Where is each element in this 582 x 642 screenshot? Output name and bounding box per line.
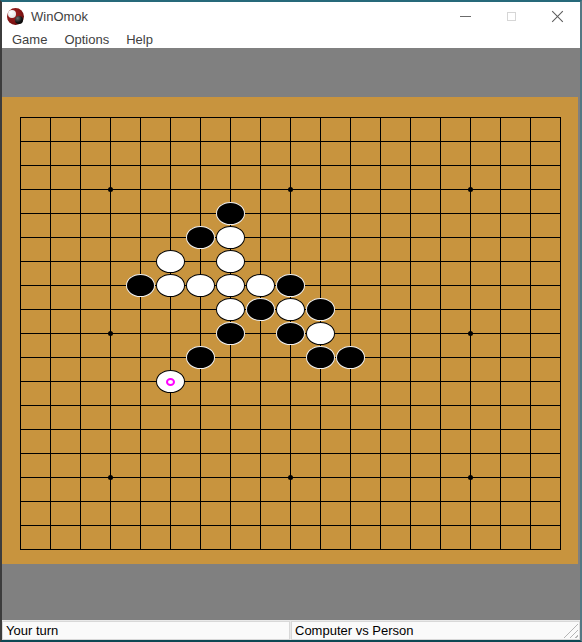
board-cell-16-16[interactable] xyxy=(486,490,516,514)
board-cell-14-0[interactable] xyxy=(426,106,456,130)
board-cell-4-14[interactable] xyxy=(126,442,156,466)
board-cell-13-13[interactable] xyxy=(396,418,426,442)
board-cell-3-0[interactable] xyxy=(96,106,126,130)
board-cell-14-6[interactable] xyxy=(426,250,456,274)
board-cell-6-13[interactable] xyxy=(186,418,216,442)
board-cell-15-14[interactable] xyxy=(456,442,486,466)
board-cell-2-17[interactable] xyxy=(66,514,96,538)
board-cell-9-6[interactable] xyxy=(276,250,306,274)
board-cell-5-8[interactable] xyxy=(156,298,186,322)
board-cell-9-0[interactable] xyxy=(276,106,306,130)
board-cell-14-5[interactable] xyxy=(426,226,456,250)
board-cell-2-6[interactable] xyxy=(66,250,96,274)
board-cell-17-15[interactable] xyxy=(516,466,546,490)
board-cell-1-3[interactable] xyxy=(36,178,66,202)
board-cell-14-11[interactable] xyxy=(426,370,456,394)
board-cell-16-10[interactable] xyxy=(486,346,516,370)
board-cell-17-16[interactable] xyxy=(516,490,546,514)
board-cell-14-16[interactable] xyxy=(426,490,456,514)
board-cell-16-13[interactable] xyxy=(486,418,516,442)
board-cell-15-1[interactable] xyxy=(456,130,486,154)
board-cell-10-18[interactable] xyxy=(306,538,336,562)
board-cell-5-7[interactable] xyxy=(156,274,186,298)
board-cell-12-14[interactable] xyxy=(366,442,396,466)
board-cell-16-8[interactable] xyxy=(486,298,516,322)
board-cell-6-11[interactable] xyxy=(186,370,216,394)
board-cell-16-11[interactable] xyxy=(486,370,516,394)
board-cell-17-17[interactable] xyxy=(516,514,546,538)
board-cell-18-9[interactable] xyxy=(546,322,576,346)
board-cell-6-7[interactable] xyxy=(186,274,216,298)
board-cell-12-0[interactable] xyxy=(366,106,396,130)
board-cell-11-1[interactable] xyxy=(336,130,366,154)
board-cell-9-9[interactable] xyxy=(276,322,306,346)
board-cell-16-5[interactable] xyxy=(486,226,516,250)
board-cell-2-9[interactable] xyxy=(66,322,96,346)
board-cell-14-9[interactable] xyxy=(426,322,456,346)
board-cell-3-14[interactable] xyxy=(96,442,126,466)
board-cell-11-9[interactable] xyxy=(336,322,366,346)
board-cell-17-10[interactable] xyxy=(516,346,546,370)
board-cell-0-1[interactable] xyxy=(6,130,36,154)
board-cell-18-7[interactable] xyxy=(546,274,576,298)
board-cell-13-12[interactable] xyxy=(396,394,426,418)
board-cell-3-12[interactable] xyxy=(96,394,126,418)
board-cell-11-3[interactable] xyxy=(336,178,366,202)
board-cell-10-0[interactable] xyxy=(306,106,336,130)
board-cell-9-5[interactable] xyxy=(276,226,306,250)
board-cell-2-11[interactable] xyxy=(66,370,96,394)
board-cell-5-15[interactable] xyxy=(156,466,186,490)
board-cell-9-12[interactable] xyxy=(276,394,306,418)
board-cell-9-3[interactable] xyxy=(276,178,306,202)
board-cell-12-2[interactable] xyxy=(366,154,396,178)
board-cell-17-8[interactable] xyxy=(516,298,546,322)
board-cell-14-2[interactable] xyxy=(426,154,456,178)
board-cell-9-4[interactable] xyxy=(276,202,306,226)
board-cell-9-16[interactable] xyxy=(276,490,306,514)
board-cell-3-6[interactable] xyxy=(96,250,126,274)
board-cell-16-7[interactable] xyxy=(486,274,516,298)
board-cell-10-4[interactable] xyxy=(306,202,336,226)
board-cell-17-7[interactable] xyxy=(516,274,546,298)
board-cell-0-10[interactable] xyxy=(6,346,36,370)
board-cell-6-15[interactable] xyxy=(186,466,216,490)
board-cell-1-5[interactable] xyxy=(36,226,66,250)
board-cell-1-1[interactable] xyxy=(36,130,66,154)
board-cell-0-0[interactable] xyxy=(6,106,36,130)
board-cell-3-8[interactable] xyxy=(96,298,126,322)
board-cell-14-1[interactable] xyxy=(426,130,456,154)
board-cell-10-5[interactable] xyxy=(306,226,336,250)
board-cell-10-14[interactable] xyxy=(306,442,336,466)
board-cell-7-11[interactable] xyxy=(216,370,246,394)
board-cell-14-14[interactable] xyxy=(426,442,456,466)
board-cell-18-5[interactable] xyxy=(546,226,576,250)
board-cell-9-2[interactable] xyxy=(276,154,306,178)
board-cell-1-16[interactable] xyxy=(36,490,66,514)
board-cell-8-14[interactable] xyxy=(246,442,276,466)
board-cell-0-9[interactable] xyxy=(6,322,36,346)
board-cell-10-12[interactable] xyxy=(306,394,336,418)
board-cell-13-7[interactable] xyxy=(396,274,426,298)
board-cell-13-10[interactable] xyxy=(396,346,426,370)
board-cell-15-0[interactable] xyxy=(456,106,486,130)
board-cell-6-1[interactable] xyxy=(186,130,216,154)
board-cell-8-2[interactable] xyxy=(246,154,276,178)
board-cell-17-9[interactable] xyxy=(516,322,546,346)
board-cell-3-18[interactable] xyxy=(96,538,126,562)
board-cell-3-15[interactable] xyxy=(96,466,126,490)
board-cell-15-6[interactable] xyxy=(456,250,486,274)
board-cell-10-6[interactable] xyxy=(306,250,336,274)
board-cell-2-14[interactable] xyxy=(66,442,96,466)
board-cell-11-0[interactable] xyxy=(336,106,366,130)
board-cell-3-3[interactable] xyxy=(96,178,126,202)
board-cell-4-13[interactable] xyxy=(126,418,156,442)
board-cell-18-14[interactable] xyxy=(546,442,576,466)
board-cell-0-8[interactable] xyxy=(6,298,36,322)
board-cell-14-15[interactable] xyxy=(426,466,456,490)
board-cell-0-7[interactable] xyxy=(6,274,36,298)
board-cell-15-2[interactable] xyxy=(456,154,486,178)
board-cell-8-10[interactable] xyxy=(246,346,276,370)
board-cell-16-0[interactable] xyxy=(486,106,516,130)
board-cell-8-7[interactable] xyxy=(246,274,276,298)
board-cell-5-3[interactable] xyxy=(156,178,186,202)
board-cell-12-17[interactable] xyxy=(366,514,396,538)
menu-game[interactable]: Game xyxy=(12,32,47,47)
board-cell-18-6[interactable] xyxy=(546,250,576,274)
board-cell-8-11[interactable] xyxy=(246,370,276,394)
board-cell-7-5[interactable] xyxy=(216,226,246,250)
board-cell-3-4[interactable] xyxy=(96,202,126,226)
board-cell-14-18[interactable] xyxy=(426,538,456,562)
board-cell-5-18[interactable] xyxy=(156,538,186,562)
board-cell-11-10[interactable] xyxy=(336,346,366,370)
board-cell-6-0[interactable] xyxy=(186,106,216,130)
board-cell-8-5[interactable] xyxy=(246,226,276,250)
board-cell-7-12[interactable] xyxy=(216,394,246,418)
board-cell-16-1[interactable] xyxy=(486,130,516,154)
board-cell-7-13[interactable] xyxy=(216,418,246,442)
board-cell-4-16[interactable] xyxy=(126,490,156,514)
board-cell-3-7[interactable] xyxy=(96,274,126,298)
board-cell-16-18[interactable] xyxy=(486,538,516,562)
board-cell-8-3[interactable] xyxy=(246,178,276,202)
board-cell-1-6[interactable] xyxy=(36,250,66,274)
board-cell-8-12[interactable] xyxy=(246,394,276,418)
board-cell-9-7[interactable] xyxy=(276,274,306,298)
board-cell-8-13[interactable] xyxy=(246,418,276,442)
board-cell-10-7[interactable] xyxy=(306,274,336,298)
board-cell-3-9[interactable] xyxy=(96,322,126,346)
board-cell-2-12[interactable] xyxy=(66,394,96,418)
board-cell-16-6[interactable] xyxy=(486,250,516,274)
board-cell-12-6[interactable] xyxy=(366,250,396,274)
board-cell-0-18[interactable] xyxy=(6,538,36,562)
board-cell-1-18[interactable] xyxy=(36,538,66,562)
board-cell-5-4[interactable] xyxy=(156,202,186,226)
board-cell-6-14[interactable] xyxy=(186,442,216,466)
board-cell-18-17[interactable] xyxy=(546,514,576,538)
board-cell-11-4[interactable] xyxy=(336,202,366,226)
board-cell-17-18[interactable] xyxy=(516,538,546,562)
board-cell-4-0[interactable] xyxy=(126,106,156,130)
board-cell-18-2[interactable] xyxy=(546,154,576,178)
board-cell-15-9[interactable] xyxy=(456,322,486,346)
board-cell-9-10[interactable] xyxy=(276,346,306,370)
board-cell-15-13[interactable] xyxy=(456,418,486,442)
board-cell-9-15[interactable] xyxy=(276,466,306,490)
board-cell-7-3[interactable] xyxy=(216,178,246,202)
board-cell-0-11[interactable] xyxy=(6,370,36,394)
board-cell-12-4[interactable] xyxy=(366,202,396,226)
board-cell-1-0[interactable] xyxy=(36,106,66,130)
board-cell-13-0[interactable] xyxy=(396,106,426,130)
board-cell-7-8[interactable] xyxy=(216,298,246,322)
board-cell-3-16[interactable] xyxy=(96,490,126,514)
board-cell-4-10[interactable] xyxy=(126,346,156,370)
board-cell-0-2[interactable] xyxy=(6,154,36,178)
board-cell-5-2[interactable] xyxy=(156,154,186,178)
board-cell-3-17[interactable] xyxy=(96,514,126,538)
board-cell-17-4[interactable] xyxy=(516,202,546,226)
maximize-button[interactable] xyxy=(488,2,534,30)
board-cell-12-12[interactable] xyxy=(366,394,396,418)
board-cell-7-10[interactable] xyxy=(216,346,246,370)
board-cell-1-11[interactable] xyxy=(36,370,66,394)
board-cell-16-15[interactable] xyxy=(486,466,516,490)
board-cell-15-17[interactable] xyxy=(456,514,486,538)
board-cell-4-1[interactable] xyxy=(126,130,156,154)
board-cell-2-5[interactable] xyxy=(66,226,96,250)
board-cell-5-10[interactable] xyxy=(156,346,186,370)
board-cell-7-9[interactable] xyxy=(216,322,246,346)
board-cell-15-8[interactable] xyxy=(456,298,486,322)
board-cell-13-4[interactable] xyxy=(396,202,426,226)
board-cell-18-0[interactable] xyxy=(546,106,576,130)
board-cell-10-1[interactable] xyxy=(306,130,336,154)
board-cell-5-17[interactable] xyxy=(156,514,186,538)
board-cell-17-5[interactable] xyxy=(516,226,546,250)
board-cell-13-15[interactable] xyxy=(396,466,426,490)
board-cell-8-15[interactable] xyxy=(246,466,276,490)
board-cell-8-6[interactable] xyxy=(246,250,276,274)
board-cell-13-18[interactable] xyxy=(396,538,426,562)
board-cell-8-18[interactable] xyxy=(246,538,276,562)
board-cell-5-11[interactable] xyxy=(156,370,186,394)
board-cell-2-4[interactable] xyxy=(66,202,96,226)
board-cell-5-5[interactable] xyxy=(156,226,186,250)
board-cell-14-8[interactable] xyxy=(426,298,456,322)
board-cell-8-9[interactable] xyxy=(246,322,276,346)
board-cell-0-17[interactable] xyxy=(6,514,36,538)
board-cell-15-18[interactable] xyxy=(456,538,486,562)
board-cell-16-3[interactable] xyxy=(486,178,516,202)
board-cell-10-15[interactable] xyxy=(306,466,336,490)
board-cell-1-13[interactable] xyxy=(36,418,66,442)
board-cell-15-5[interactable] xyxy=(456,226,486,250)
board-cell-14-10[interactable] xyxy=(426,346,456,370)
board-cell-4-8[interactable] xyxy=(126,298,156,322)
close-button[interactable] xyxy=(534,2,580,30)
board-cell-3-11[interactable] xyxy=(96,370,126,394)
board-cell-17-0[interactable] xyxy=(516,106,546,130)
board-cell-14-4[interactable] xyxy=(426,202,456,226)
board-cell-6-18[interactable] xyxy=(186,538,216,562)
board-cell-7-18[interactable] xyxy=(216,538,246,562)
board-cell-4-3[interactable] xyxy=(126,178,156,202)
board-cell-4-2[interactable] xyxy=(126,154,156,178)
board-cell-6-2[interactable] xyxy=(186,154,216,178)
board-cell-17-1[interactable] xyxy=(516,130,546,154)
board-cell-13-1[interactable] xyxy=(396,130,426,154)
resize-grip[interactable] xyxy=(563,623,578,638)
board-cell-3-1[interactable] xyxy=(96,130,126,154)
board-cell-2-16[interactable] xyxy=(66,490,96,514)
board-cell-13-9[interactable] xyxy=(396,322,426,346)
board-cell-11-16[interactable] xyxy=(336,490,366,514)
board-cell-10-13[interactable] xyxy=(306,418,336,442)
board-cell-0-5[interactable] xyxy=(6,226,36,250)
board-cell-13-2[interactable] xyxy=(396,154,426,178)
board-cell-11-15[interactable] xyxy=(336,466,366,490)
board-cell-18-16[interactable] xyxy=(546,490,576,514)
board-cell-13-5[interactable] xyxy=(396,226,426,250)
board-cell-2-13[interactable] xyxy=(66,418,96,442)
board-cell-18-10[interactable] xyxy=(546,346,576,370)
board-cell-6-4[interactable] xyxy=(186,202,216,226)
board-cell-12-7[interactable] xyxy=(366,274,396,298)
board-cell-14-17[interactable] xyxy=(426,514,456,538)
board-cell-17-12[interactable] xyxy=(516,394,546,418)
board-cell-2-0[interactable] xyxy=(66,106,96,130)
board-cell-16-4[interactable] xyxy=(486,202,516,226)
board-cell-11-17[interactable] xyxy=(336,514,366,538)
board-cell-2-10[interactable] xyxy=(66,346,96,370)
board-cell-10-3[interactable] xyxy=(306,178,336,202)
board-cell-8-17[interactable] xyxy=(246,514,276,538)
board-cell-1-7[interactable] xyxy=(36,274,66,298)
board-cell-3-5[interactable] xyxy=(96,226,126,250)
board-cell-10-16[interactable] xyxy=(306,490,336,514)
board-cell-10-11[interactable] xyxy=(306,370,336,394)
board-cell-6-5[interactable] xyxy=(186,226,216,250)
board-cell-1-10[interactable] xyxy=(36,346,66,370)
board-cell-17-14[interactable] xyxy=(516,442,546,466)
board-cell-18-4[interactable] xyxy=(546,202,576,226)
board-cell-15-16[interactable] xyxy=(456,490,486,514)
board-cell-14-12[interactable] xyxy=(426,394,456,418)
board-cell-3-2[interactable] xyxy=(96,154,126,178)
board-cell-0-13[interactable] xyxy=(6,418,36,442)
board-cell-4-4[interactable] xyxy=(126,202,156,226)
board-cell-0-12[interactable] xyxy=(6,394,36,418)
board-cell-12-1[interactable] xyxy=(366,130,396,154)
board-cell-12-11[interactable] xyxy=(366,370,396,394)
board-cell-5-9[interactable] xyxy=(156,322,186,346)
board-cell-11-2[interactable] xyxy=(336,154,366,178)
board-cell-5-16[interactable] xyxy=(156,490,186,514)
board-cell-6-12[interactable] xyxy=(186,394,216,418)
board-cell-12-8[interactable] xyxy=(366,298,396,322)
board-cell-10-10[interactable] xyxy=(306,346,336,370)
board-cell-1-15[interactable] xyxy=(36,466,66,490)
board-cell-9-11[interactable] xyxy=(276,370,306,394)
board-cell-13-11[interactable] xyxy=(396,370,426,394)
board-cell-1-2[interactable] xyxy=(36,154,66,178)
board-cell-2-3[interactable] xyxy=(66,178,96,202)
board-cell-8-16[interactable] xyxy=(246,490,276,514)
board-cell-6-17[interactable] xyxy=(186,514,216,538)
board-cell-1-14[interactable] xyxy=(36,442,66,466)
board-cell-11-12[interactable] xyxy=(336,394,366,418)
board-cell-2-18[interactable] xyxy=(66,538,96,562)
board-cell-4-9[interactable] xyxy=(126,322,156,346)
board-cell-4-5[interactable] xyxy=(126,226,156,250)
board-cell-13-8[interactable] xyxy=(396,298,426,322)
board-cell-12-3[interactable] xyxy=(366,178,396,202)
board-cell-13-14[interactable] xyxy=(396,442,426,466)
board-cell-7-16[interactable] xyxy=(216,490,246,514)
board-cell-4-15[interactable] xyxy=(126,466,156,490)
board-cell-10-8[interactable] xyxy=(306,298,336,322)
board-cell-4-18[interactable] xyxy=(126,538,156,562)
menu-help[interactable]: Help xyxy=(126,32,153,47)
board-cell-16-9[interactable] xyxy=(486,322,516,346)
board-cell-9-14[interactable] xyxy=(276,442,306,466)
board-cell-11-11[interactable] xyxy=(336,370,366,394)
board-cell-11-13[interactable] xyxy=(336,418,366,442)
board-cell-8-4[interactable] xyxy=(246,202,276,226)
board-cell-9-18[interactable] xyxy=(276,538,306,562)
board-cell-18-13[interactable] xyxy=(546,418,576,442)
board-cell-0-16[interactable] xyxy=(6,490,36,514)
board-cell-15-10[interactable] xyxy=(456,346,486,370)
board-cell-4-17[interactable] xyxy=(126,514,156,538)
board-cell-16-2[interactable] xyxy=(486,154,516,178)
board-cell-0-4[interactable] xyxy=(6,202,36,226)
board-cell-5-13[interactable] xyxy=(156,418,186,442)
board-cell-12-13[interactable] xyxy=(366,418,396,442)
board-cell-14-13[interactable] xyxy=(426,418,456,442)
board-cell-11-6[interactable] xyxy=(336,250,366,274)
menu-options[interactable]: Options xyxy=(64,32,109,47)
board-cell-18-11[interactable] xyxy=(546,370,576,394)
board-cell-9-1[interactable] xyxy=(276,130,306,154)
board-cell-2-8[interactable] xyxy=(66,298,96,322)
board-cell-10-2[interactable] xyxy=(306,154,336,178)
board-cell-18-8[interactable] xyxy=(546,298,576,322)
board-cell-4-7[interactable] xyxy=(126,274,156,298)
minimize-button[interactable] xyxy=(442,2,488,30)
board-cell-15-4[interactable] xyxy=(456,202,486,226)
board-cell-5-6[interactable] xyxy=(156,250,186,274)
board-cell-3-13[interactable] xyxy=(96,418,126,442)
board-cell-4-6[interactable] xyxy=(126,250,156,274)
board-cell-6-16[interactable] xyxy=(186,490,216,514)
board-cell-0-14[interactable] xyxy=(6,442,36,466)
board-cell-12-16[interactable] xyxy=(366,490,396,514)
board-cell-2-7[interactable] xyxy=(66,274,96,298)
board-cell-17-2[interactable] xyxy=(516,154,546,178)
board-cell-9-13[interactable] xyxy=(276,418,306,442)
board-cell-7-1[interactable] xyxy=(216,130,246,154)
board-cell-18-18[interactable] xyxy=(546,538,576,562)
board-cell-6-3[interactable] xyxy=(186,178,216,202)
board-cell-14-7[interactable] xyxy=(426,274,456,298)
